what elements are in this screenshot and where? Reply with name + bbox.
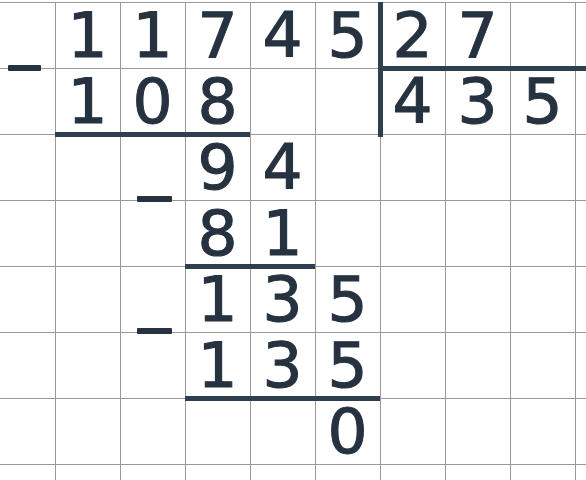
- product-135-underline: [185, 396, 380, 401]
- digit-cell-r1c2: 0: [120, 68, 185, 134]
- minus-sign: [137, 328, 172, 334]
- digit-cell-r5c5: 5: [315, 332, 380, 398]
- digit-cell-r1c1: 1: [55, 68, 120, 134]
- digit-cell-r3c4: 1: [250, 200, 315, 266]
- digit-cell-r0c6: 2: [380, 2, 445, 68]
- long-division-board: 117452710843594811351350: [0, 0, 586, 480]
- digit-cell-r0c3: 7: [185, 2, 250, 68]
- product-108-underline: [55, 132, 250, 137]
- digit-cell-r1c7: 3: [445, 68, 510, 134]
- digit-cell-r0c4: 4: [250, 2, 315, 68]
- digit-cell-r4c5: 5: [315, 266, 380, 332]
- divisor-underline: [378, 66, 586, 71]
- product-81-underline: [185, 264, 315, 269]
- grid-line-v: [575, 2, 576, 480]
- digit-cell-r5c3: 1: [185, 332, 250, 398]
- digit-cell-r2c3: 9: [185, 134, 250, 200]
- digit-cell-r0c2: 1: [120, 2, 185, 68]
- digit-cell-r4c3: 1: [185, 266, 250, 332]
- minus-sign: [8, 65, 41, 71]
- grid-line-h: [0, 464, 586, 465]
- digit-cell-r0c5: 5: [315, 2, 380, 68]
- digit-cell-r5c4: 3: [250, 332, 315, 398]
- minus-sign: [137, 196, 172, 202]
- digit-cell-r2c4: 4: [250, 134, 315, 200]
- digit-cell-r4c4: 3: [250, 266, 315, 332]
- digit-cell-r1c8: 5: [510, 68, 575, 134]
- digit-cell-r1c6: 4: [380, 68, 445, 134]
- digit-cell-r3c3: 8: [185, 200, 250, 266]
- digit-cell-r6c5: 0: [315, 398, 380, 464]
- digit-cell-r0c1: 1: [55, 2, 120, 68]
- digit-cell-r1c3: 8: [185, 68, 250, 134]
- digit-cell-r0c7: 7: [445, 2, 510, 68]
